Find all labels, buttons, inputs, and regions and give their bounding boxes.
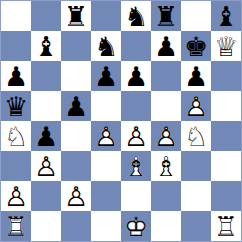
square-f1[interactable] [151,211,181,241]
white-king-icon: ♔ [121,211,151,241]
square-h7[interactable]: ♛♕ [211,31,241,61]
white-pawn-icon: ♙ [61,181,91,211]
square-a2[interactable]: ♟♙ [1,181,31,211]
square-f8[interactable]: ♜ [151,1,181,31]
square-f2[interactable] [151,181,181,211]
square-f3[interactable]: ♝♗ [151,151,181,181]
square-a7[interactable] [1,31,31,61]
white-pawn-icon: ♙ [151,121,181,151]
square-f5[interactable] [151,91,181,121]
square-d2[interactable] [91,181,121,211]
square-b5[interactable] [31,91,61,121]
white-pawn-fill: ♟ [151,121,181,151]
square-h4[interactable] [211,121,241,151]
chess-board-frame: ♜♞♜♝♝♞♟♚♛♕♟♟♟♟♛♟♟♙♞♘♟♟♙♟♙♟♙♞♘♟♙♝♗♝♗♟♙♟♙♜… [0,0,242,242]
white-rook-icon: ♖ [211,211,241,241]
black-king-icon: ♚ [181,31,211,61]
square-g3[interactable] [181,151,211,181]
black-bishop-icon: ♝ [211,1,241,31]
square-c6[interactable] [61,61,91,91]
square-e6[interactable]: ♟ [121,61,151,91]
square-e7[interactable] [121,31,151,61]
white-rook-fill: ♜ [1,211,31,241]
square-g8[interactable] [181,1,211,31]
black-bishop-icon: ♝ [31,31,61,61]
black-queen-icon: ♛ [1,91,31,121]
white-pawn-icon: ♙ [121,121,151,151]
black-rook-icon: ♜ [61,1,91,31]
square-c4[interactable] [61,121,91,151]
white-pawn-fill: ♟ [121,121,151,151]
square-a8[interactable] [1,1,31,31]
black-pawn-icon: ♟ [61,91,91,121]
white-knight-icon: ♘ [181,121,211,151]
square-d8[interactable] [91,1,121,31]
square-f6[interactable] [151,61,181,91]
square-b4[interactable]: ♟ [31,121,61,151]
square-d7[interactable]: ♞ [91,31,121,61]
square-d1[interactable] [91,211,121,241]
square-b1[interactable] [31,211,61,241]
white-knight-icon: ♘ [1,121,31,151]
black-knight-icon: ♞ [121,1,151,31]
white-bishop-fill: ♝ [151,151,181,181]
square-f4[interactable]: ♟♙ [151,121,181,151]
black-pawn-icon: ♟ [91,61,121,91]
square-e2[interactable] [121,181,151,211]
white-bishop-icon: ♗ [151,151,181,181]
white-knight-fill: ♞ [181,121,211,151]
square-c8[interactable]: ♜ [61,1,91,31]
square-g1[interactable] [181,211,211,241]
white-pawn-fill: ♟ [31,151,61,181]
square-a1[interactable]: ♜♖ [1,211,31,241]
square-e8[interactable]: ♞ [121,1,151,31]
white-king-fill: ♚ [121,211,151,241]
white-pawn-fill: ♟ [91,121,121,151]
square-b8[interactable] [31,1,61,31]
square-h6[interactable] [211,61,241,91]
square-g2[interactable] [181,181,211,211]
square-a3[interactable] [1,151,31,181]
square-h5[interactable] [211,91,241,121]
square-h8[interactable]: ♝ [211,1,241,31]
black-pawn-icon: ♟ [31,121,61,151]
white-rook-icon: ♖ [1,211,31,241]
white-pawn-fill: ♟ [61,181,91,211]
black-rook-icon: ♜ [151,1,181,31]
square-e3[interactable]: ♝♗ [121,151,151,181]
white-bishop-fill: ♝ [121,151,151,181]
white-pawn-icon: ♙ [1,181,31,211]
black-pawn-icon: ♟ [181,61,211,91]
square-b6[interactable] [31,61,61,91]
square-b2[interactable] [31,181,61,211]
white-pawn-icon: ♙ [181,91,211,121]
black-pawn-icon: ♟ [121,61,151,91]
square-f7[interactable]: ♟ [151,31,181,61]
square-g6[interactable]: ♟ [181,61,211,91]
chess-board: ♜♞♜♝♝♞♟♚♛♕♟♟♟♟♛♟♟♙♞♘♟♟♙♟♙♟♙♞♘♟♙♝♗♝♗♟♙♟♙♜… [1,1,241,241]
square-d5[interactable] [91,91,121,121]
square-a6[interactable]: ♟ [1,61,31,91]
square-a4[interactable]: ♞♘ [1,121,31,151]
white-pawn-icon: ♙ [31,151,61,181]
square-d3[interactable] [91,151,121,181]
square-g5[interactable]: ♟♙ [181,91,211,121]
square-c3[interactable] [61,151,91,181]
square-c1[interactable] [61,211,91,241]
square-b7[interactable]: ♝ [31,31,61,61]
square-g7[interactable]: ♚ [181,31,211,61]
white-pawn-fill: ♟ [181,91,211,121]
square-e5[interactable] [121,91,151,121]
white-pawn-icon: ♙ [91,121,121,151]
square-h3[interactable] [211,151,241,181]
square-d6[interactable]: ♟ [91,61,121,91]
square-c5[interactable]: ♟ [61,91,91,121]
square-c2[interactable]: ♟♙ [61,181,91,211]
black-knight-icon: ♞ [91,31,121,61]
black-pawn-icon: ♟ [1,61,31,91]
square-d4[interactable]: ♟♙ [91,121,121,151]
square-e1[interactable]: ♚♔ [121,211,151,241]
white-pawn-fill: ♟ [1,181,31,211]
square-c7[interactable] [61,31,91,61]
square-h2[interactable] [211,181,241,211]
square-a5[interactable]: ♛ [1,91,31,121]
square-h1[interactable]: ♜♖ [211,211,241,241]
white-rook-fill: ♜ [211,211,241,241]
white-knight-fill: ♞ [1,121,31,151]
square-e4[interactable]: ♟♙ [121,121,151,151]
white-queen-icon: ♕ [211,31,241,61]
square-b3[interactable]: ♟♙ [31,151,61,181]
white-bishop-icon: ♗ [121,151,151,181]
black-pawn-icon: ♟ [151,31,181,61]
square-g4[interactable]: ♞♘ [181,121,211,151]
white-queen-fill: ♛ [211,31,241,61]
